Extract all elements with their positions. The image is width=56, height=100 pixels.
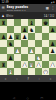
phone-screen: 12:39 ◢ ▮ ☰ Easy puzzles White mates in … xyxy=(0,0,56,100)
square-a1[interactable] xyxy=(0,68,7,75)
black-pawn-icon[interactable]: ♟ xyxy=(1,34,6,40)
square-d5[interactable] xyxy=(21,40,28,47)
square-b4[interactable] xyxy=(7,47,14,54)
square-e2[interactable]: ♛ xyxy=(28,61,35,68)
overflow-menu-icon[interactable]: ⋮ xyxy=(51,6,54,10)
square-d1[interactable] xyxy=(21,68,28,75)
white-bishop-icon[interactable]: ♝ xyxy=(8,69,13,75)
square-e6[interactable] xyxy=(28,33,35,40)
white-king-icon[interactable]: ♚ xyxy=(43,69,48,75)
white-pawn-icon[interactable]: ♟ xyxy=(15,48,20,54)
square-g7[interactable] xyxy=(42,26,49,33)
black-bishop-icon[interactable]: ♝ xyxy=(29,20,34,26)
square-f5[interactable] xyxy=(35,40,42,47)
square-b5[interactable]: ♞ xyxy=(7,40,14,47)
square-f7[interactable] xyxy=(35,26,42,33)
white-pawn-icon[interactable]: ♟ xyxy=(29,48,34,54)
square-h8[interactable] xyxy=(49,19,56,26)
square-e5[interactable] xyxy=(28,40,35,47)
square-h1[interactable] xyxy=(49,68,56,75)
square-h4[interactable]: ♟ xyxy=(49,47,56,54)
battery-icon: ▮ xyxy=(53,1,54,4)
square-f8[interactable] xyxy=(35,19,42,26)
last-puzzle-button[interactable]: » xyxy=(47,77,53,81)
square-d4[interactable] xyxy=(21,47,28,54)
square-g6[interactable] xyxy=(42,33,49,40)
content-background xyxy=(0,82,56,95)
app-bar-titles: Easy puzzles White mates in 1 xyxy=(7,5,46,11)
white-pawn-icon: ♟ xyxy=(2,14,5,18)
first-puzzle-button[interactable]: « xyxy=(3,77,9,81)
square-e3[interactable] xyxy=(28,54,35,61)
square-b3[interactable]: ♟ xyxy=(7,54,14,61)
square-g1[interactable]: ♚ xyxy=(42,68,49,75)
square-d2[interactable]: ♟ xyxy=(21,61,28,68)
chess-board[interactable]: ♜♝♚♟♞♟♟♟♛♟♞♟♟♟♟♟♞♜♟♛♟♟♝♚ xyxy=(0,19,56,75)
puzzle-info-bar: ♟ White 14 / 132 xyxy=(0,12,56,19)
square-c2[interactable] xyxy=(14,61,21,68)
square-g4[interactable] xyxy=(42,47,49,54)
home-icon[interactable]: ○ xyxy=(27,96,29,99)
square-h5[interactable]: ♟ xyxy=(49,40,56,47)
square-e7[interactable]: ♞ xyxy=(28,26,35,33)
black-king-icon[interactable]: ♚ xyxy=(43,20,48,26)
black-rook-icon[interactable]: ♜ xyxy=(1,20,6,26)
black-queen-icon[interactable]: ♛ xyxy=(15,34,20,40)
square-h3[interactable] xyxy=(49,54,56,61)
square-c7[interactable] xyxy=(14,26,21,33)
square-g8[interactable]: ♚ xyxy=(42,19,49,26)
previous-move-button[interactable]: ‹ xyxy=(14,77,20,81)
black-pawn-icon[interactable]: ♟ xyxy=(8,34,13,40)
square-e1[interactable] xyxy=(28,68,35,75)
square-g3[interactable] xyxy=(42,54,49,61)
black-rook-icon[interactable]: ♜ xyxy=(1,62,6,68)
white-queen-icon[interactable]: ♛ xyxy=(29,62,34,68)
square-b7[interactable] xyxy=(7,26,14,33)
square-a3[interactable] xyxy=(0,54,7,61)
black-knight-icon[interactable]: ♞ xyxy=(8,41,13,47)
page-subtitle: White mates in 1 xyxy=(7,8,46,11)
next-move-button[interactable]: › xyxy=(36,77,42,81)
square-a6[interactable]: ♟ xyxy=(0,33,7,40)
square-b2[interactable] xyxy=(7,61,14,68)
square-f2[interactable]: ♟ xyxy=(35,61,42,68)
white-pawn-icon[interactable]: ♟ xyxy=(36,62,41,68)
board-settings-icon[interactable]: ▦ xyxy=(46,6,49,10)
square-a5[interactable] xyxy=(0,40,7,47)
app-bar: ☰ Easy puzzles White mates in 1 ▦ ⋮ xyxy=(0,4,56,12)
square-e4[interactable]: ♟ xyxy=(28,47,35,54)
white-knight-icon[interactable]: ♞ xyxy=(36,55,41,61)
square-c1[interactable] xyxy=(14,68,21,75)
android-nav-bar: ◁ ○ □ xyxy=(0,95,56,100)
puzzle-counter: 14 / 132 xyxy=(44,14,54,17)
black-pawn-icon[interactable]: ♟ xyxy=(8,55,13,61)
hint-button[interactable]: ? xyxy=(25,77,31,81)
black-pawn-icon[interactable]: ♟ xyxy=(50,41,55,47)
puzzle-toolbar: « ‹ ? › » xyxy=(0,75,56,82)
square-b6[interactable]: ♟ xyxy=(7,33,14,40)
square-f3[interactable]: ♞ xyxy=(35,54,42,61)
white-pawn-icon[interactable]: ♟ xyxy=(50,62,55,68)
square-c6[interactable]: ♛ xyxy=(14,33,21,40)
square-a7[interactable] xyxy=(0,26,7,33)
back-icon[interactable]: ◁ xyxy=(13,96,15,99)
square-d8[interactable] xyxy=(21,19,28,26)
square-f6[interactable] xyxy=(35,33,42,40)
square-d6[interactable]: ♟ xyxy=(21,33,28,40)
black-pawn-icon[interactable]: ♟ xyxy=(22,27,27,33)
square-d3[interactable] xyxy=(21,54,28,61)
black-knight-icon[interactable]: ♞ xyxy=(29,27,34,33)
square-c8[interactable] xyxy=(14,19,21,26)
square-h7[interactable]: ♟ xyxy=(49,26,56,33)
wifi-icon: ◢ xyxy=(51,1,53,4)
black-pawn-icon[interactable]: ♟ xyxy=(22,34,27,40)
square-c4[interactable]: ♟ xyxy=(14,47,21,54)
square-a8[interactable]: ♜ xyxy=(0,19,7,26)
square-a2[interactable]: ♜ xyxy=(0,61,7,68)
clock: 12:39 xyxy=(2,1,9,4)
black-pawn-icon[interactable]: ♟ xyxy=(50,48,55,54)
square-h2[interactable]: ♟ xyxy=(49,61,56,68)
square-b8[interactable] xyxy=(7,19,14,26)
square-g2[interactable] xyxy=(42,61,49,68)
square-c3[interactable] xyxy=(14,54,21,61)
recents-icon[interactable]: □ xyxy=(41,96,44,99)
square-c5[interactable] xyxy=(14,40,21,47)
black-pawn-icon[interactable]: ♟ xyxy=(50,27,55,33)
square-a4[interactable] xyxy=(0,47,7,54)
square-e8[interactable]: ♝ xyxy=(28,19,35,26)
side-to-move-label: White xyxy=(6,14,13,17)
square-h6[interactable] xyxy=(49,33,56,40)
square-g5[interactable] xyxy=(42,40,49,47)
square-d7[interactable]: ♟ xyxy=(21,26,28,33)
square-b1[interactable]: ♝ xyxy=(7,68,14,75)
square-f4[interactable] xyxy=(35,47,42,54)
square-f1[interactable] xyxy=(35,68,42,75)
white-pawn-icon[interactable]: ♟ xyxy=(22,62,27,68)
